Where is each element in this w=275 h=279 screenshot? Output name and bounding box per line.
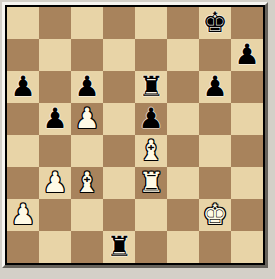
piece-white-pawn[interactable]: ♟ [74,103,99,135]
square-g6[interactable]: ♟ [199,71,231,103]
square-g7[interactable] [199,39,231,71]
square-h5[interactable] [231,103,263,135]
piece-white-pawn[interactable]: ♟ [10,199,35,231]
piece-white-bishop[interactable]: ♝ [138,135,163,167]
square-a8[interactable] [7,7,39,39]
piece-black-rook[interactable]: ♜ [106,231,131,263]
square-g5[interactable] [199,103,231,135]
square-h6[interactable] [231,71,263,103]
piece-white-king[interactable]: ♚ [202,199,227,231]
square-e8[interactable] [135,7,167,39]
square-c6[interactable]: ♟ [71,71,103,103]
square-e6[interactable]: ♜ [135,71,167,103]
piece-white-rook[interactable]: ♜ [138,167,163,199]
square-f8[interactable] [167,7,199,39]
square-f2[interactable] [167,199,199,231]
piece-black-pawn[interactable]: ♟ [42,103,67,135]
square-d4[interactable] [103,135,135,167]
square-h2[interactable] [231,199,263,231]
square-e2[interactable] [135,199,167,231]
square-e1[interactable] [135,231,167,263]
square-c5[interactable]: ♟ [71,103,103,135]
square-h1[interactable] [231,231,263,263]
piece-black-king[interactable]: ♚ [202,7,227,39]
square-b5[interactable]: ♟ [39,103,71,135]
square-e5[interactable]: ♟ [135,103,167,135]
piece-black-rook[interactable]: ♜ [138,71,163,103]
square-b6[interactable] [39,71,71,103]
square-h3[interactable] [231,167,263,199]
square-c3[interactable]: ♝ [71,167,103,199]
piece-black-pawn[interactable]: ♟ [234,39,259,71]
square-f1[interactable] [167,231,199,263]
square-e4[interactable]: ♝ [135,135,167,167]
square-c8[interactable] [71,7,103,39]
page-background: ♚♟♟♟♜♟♟♟♟♝♟♝♜♟♚♜ [0,0,275,279]
square-a2[interactable]: ♟ [7,199,39,231]
square-d5[interactable] [103,103,135,135]
square-c2[interactable] [71,199,103,231]
square-e7[interactable] [135,39,167,71]
square-a5[interactable] [7,103,39,135]
square-g8[interactable]: ♚ [199,7,231,39]
square-h4[interactable] [231,135,263,167]
square-g2[interactable]: ♚ [199,199,231,231]
square-h8[interactable] [231,7,263,39]
square-d2[interactable] [103,199,135,231]
square-b3[interactable]: ♟ [39,167,71,199]
square-c4[interactable] [71,135,103,167]
square-f6[interactable] [167,71,199,103]
square-d7[interactable] [103,39,135,71]
square-f5[interactable] [167,103,199,135]
piece-black-pawn[interactable]: ♟ [10,71,35,103]
square-b2[interactable] [39,199,71,231]
square-f3[interactable] [167,167,199,199]
square-d8[interactable] [103,7,135,39]
board-border: ♚♟♟♟♜♟♟♟♟♝♟♝♜♟♚♜ [5,5,265,265]
board-frame-bevel: ♚♟♟♟♜♟♟♟♟♝♟♝♜♟♚♜ [2,2,268,268]
piece-white-pawn[interactable]: ♟ [42,167,67,199]
square-a7[interactable] [7,39,39,71]
square-g3[interactable] [199,167,231,199]
square-h7[interactable]: ♟ [231,39,263,71]
square-f4[interactable] [167,135,199,167]
chess-board: ♚♟♟♟♜♟♟♟♟♝♟♝♜♟♚♜ [7,7,263,263]
square-d1[interactable]: ♜ [103,231,135,263]
square-a3[interactable] [7,167,39,199]
square-b1[interactable] [39,231,71,263]
square-a6[interactable]: ♟ [7,71,39,103]
piece-black-pawn[interactable]: ♟ [138,103,163,135]
piece-black-pawn[interactable]: ♟ [74,71,99,103]
square-c7[interactable] [71,39,103,71]
square-b4[interactable] [39,135,71,167]
square-e3[interactable]: ♜ [135,167,167,199]
square-b8[interactable] [39,7,71,39]
piece-black-pawn[interactable]: ♟ [202,71,227,103]
square-b7[interactable] [39,39,71,71]
square-a1[interactable] [7,231,39,263]
square-a4[interactable] [7,135,39,167]
piece-white-bishop[interactable]: ♝ [74,167,99,199]
square-g4[interactable] [199,135,231,167]
square-f7[interactable] [167,39,199,71]
square-d6[interactable] [103,71,135,103]
square-c1[interactable] [71,231,103,263]
square-d3[interactable] [103,167,135,199]
square-g1[interactable] [199,231,231,263]
